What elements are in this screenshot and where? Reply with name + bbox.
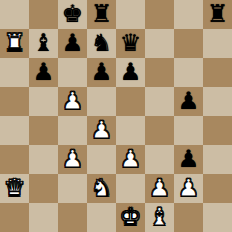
square-c2[interactable] — [58, 174, 87, 203]
square-a2[interactable]: ♛ — [0, 174, 29, 203]
square-c8[interactable]: ♚ — [58, 0, 87, 29]
square-h5[interactable] — [203, 87, 232, 116]
square-d1[interactable] — [87, 203, 116, 232]
square-e5[interactable] — [116, 87, 145, 116]
piece-black-pawn[interactable]: ♟ — [87, 58, 116, 87]
piece-white-pawn[interactable]: ♟ — [58, 87, 87, 116]
square-h3[interactable] — [203, 145, 232, 174]
square-b2[interactable] — [29, 174, 58, 203]
square-c7[interactable]: ♟ — [58, 29, 87, 58]
square-a7[interactable]: ♜ — [0, 29, 29, 58]
square-b5[interactable] — [29, 87, 58, 116]
piece-black-rook[interactable]: ♜ — [203, 0, 232, 29]
square-e4[interactable] — [116, 116, 145, 145]
square-a8[interactable] — [0, 0, 29, 29]
square-c1[interactable] — [58, 203, 87, 232]
square-f8[interactable] — [145, 0, 174, 29]
square-c3[interactable]: ♟ — [58, 145, 87, 174]
piece-black-pawn[interactable]: ♟ — [174, 145, 203, 174]
square-d4[interactable]: ♟ — [87, 116, 116, 145]
piece-white-knight[interactable]: ♞ — [87, 174, 116, 203]
piece-white-bishop[interactable]: ♝ — [145, 203, 174, 232]
square-e6[interactable]: ♟ — [116, 58, 145, 87]
piece-white-pawn[interactable]: ♟ — [87, 116, 116, 145]
square-h4[interactable] — [203, 116, 232, 145]
square-e1[interactable]: ♚ — [116, 203, 145, 232]
square-g6[interactable] — [174, 58, 203, 87]
square-f4[interactable] — [145, 116, 174, 145]
piece-black-bishop[interactable]: ♝ — [29, 29, 58, 58]
square-g2[interactable]: ♟ — [174, 174, 203, 203]
square-f7[interactable] — [145, 29, 174, 58]
piece-white-pawn[interactable]: ♟ — [174, 174, 203, 203]
square-c5[interactable]: ♟ — [58, 87, 87, 116]
square-e7[interactable]: ♛ — [116, 29, 145, 58]
square-d3[interactable] — [87, 145, 116, 174]
piece-black-pawn[interactable]: ♟ — [116, 58, 145, 87]
square-h7[interactable] — [203, 29, 232, 58]
piece-black-queen[interactable]: ♛ — [116, 29, 145, 58]
square-b4[interactable] — [29, 116, 58, 145]
square-a3[interactable] — [0, 145, 29, 174]
square-e2[interactable] — [116, 174, 145, 203]
square-h2[interactable] — [203, 174, 232, 203]
piece-white-pawn[interactable]: ♟ — [145, 174, 174, 203]
square-d8[interactable]: ♜ — [87, 0, 116, 29]
piece-black-pawn[interactable]: ♟ — [58, 29, 87, 58]
square-g3[interactable]: ♟ — [174, 145, 203, 174]
square-d7[interactable]: ♞ — [87, 29, 116, 58]
square-a1[interactable] — [0, 203, 29, 232]
square-a6[interactable] — [0, 58, 29, 87]
square-g7[interactable] — [174, 29, 203, 58]
piece-black-king[interactable]: ♚ — [58, 0, 87, 29]
square-b1[interactable] — [29, 203, 58, 232]
piece-white-king[interactable]: ♚ — [116, 203, 145, 232]
square-h6[interactable] — [203, 58, 232, 87]
square-f1[interactable]: ♝ — [145, 203, 174, 232]
square-g4[interactable] — [174, 116, 203, 145]
square-g1[interactable] — [174, 203, 203, 232]
piece-white-pawn[interactable]: ♟ — [116, 145, 145, 174]
piece-black-pawn[interactable]: ♟ — [174, 87, 203, 116]
square-g5[interactable]: ♟ — [174, 87, 203, 116]
piece-black-knight[interactable]: ♞ — [87, 29, 116, 58]
square-c6[interactable] — [58, 58, 87, 87]
square-f2[interactable]: ♟ — [145, 174, 174, 203]
piece-white-queen[interactable]: ♛ — [0, 174, 29, 203]
square-f6[interactable] — [145, 58, 174, 87]
square-h8[interactable]: ♜ — [203, 0, 232, 29]
square-a4[interactable] — [0, 116, 29, 145]
square-d2[interactable]: ♞ — [87, 174, 116, 203]
piece-white-rook[interactable]: ♜ — [0, 29, 29, 58]
piece-black-rook[interactable]: ♜ — [87, 0, 116, 29]
square-g8[interactable] — [174, 0, 203, 29]
square-b7[interactable]: ♝ — [29, 29, 58, 58]
square-b8[interactable] — [29, 0, 58, 29]
square-f5[interactable] — [145, 87, 174, 116]
chess-board: ♚♜♜♜♝♟♞♛♟♟♟♟♟♟♟♟♟♛♞♟♟♚♝ — [0, 0, 232, 232]
piece-white-pawn[interactable]: ♟ — [58, 145, 87, 174]
square-c4[interactable] — [58, 116, 87, 145]
square-e8[interactable] — [116, 0, 145, 29]
square-e3[interactable]: ♟ — [116, 145, 145, 174]
square-f3[interactable] — [145, 145, 174, 174]
square-h1[interactable] — [203, 203, 232, 232]
square-d5[interactable] — [87, 87, 116, 116]
square-d6[interactable]: ♟ — [87, 58, 116, 87]
square-b3[interactable] — [29, 145, 58, 174]
piece-black-pawn[interactable]: ♟ — [29, 58, 58, 87]
square-a5[interactable] — [0, 87, 29, 116]
square-b6[interactable]: ♟ — [29, 58, 58, 87]
